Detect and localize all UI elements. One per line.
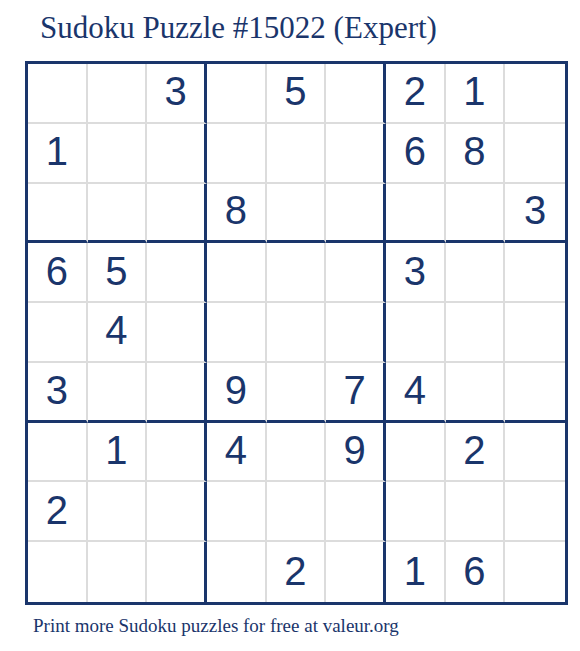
cell-r5c7 <box>386 303 446 363</box>
cell-r7c4: 4 <box>207 423 267 483</box>
cell-r2c2 <box>88 124 148 184</box>
cell-r9c4 <box>207 542 267 602</box>
cell-r8c7 <box>386 482 446 542</box>
cell-r3c4: 8 <box>207 184 267 244</box>
cell-r9c6 <box>326 542 386 602</box>
cell-r8c1: 2 <box>28 482 88 542</box>
cell-r5c1 <box>28 303 88 363</box>
page-title: Sudoku Puzzle #15022 (Expert) <box>40 10 437 46</box>
cell-r1c2 <box>88 64 148 124</box>
cell-r7c3 <box>147 423 207 483</box>
cell-r8c8 <box>446 482 506 542</box>
cell-r4c1: 6 <box>28 243 88 303</box>
cell-r6c4: 9 <box>207 363 267 423</box>
cell-r7c2: 1 <box>88 423 148 483</box>
cell-r1c5: 5 <box>267 64 327 124</box>
cell-r9c8: 6 <box>446 542 506 602</box>
cell-r5c2: 4 <box>88 303 148 363</box>
cell-r7c6: 9 <box>326 423 386 483</box>
cell-r9c2 <box>88 542 148 602</box>
cell-r2c4 <box>207 124 267 184</box>
cell-r1c6 <box>326 64 386 124</box>
cell-r6c2 <box>88 363 148 423</box>
cell-r5c6 <box>326 303 386 363</box>
cell-r6c1: 3 <box>28 363 88 423</box>
cell-r4c8 <box>446 243 506 303</box>
cell-r4c9 <box>505 243 565 303</box>
cell-r5c4 <box>207 303 267 363</box>
cell-r6c9 <box>505 363 565 423</box>
cell-r9c3 <box>147 542 207 602</box>
cell-r4c5 <box>267 243 327 303</box>
cell-r4c6 <box>326 243 386 303</box>
cell-r2c3 <box>147 124 207 184</box>
cell-r3c8 <box>446 184 506 244</box>
cell-r6c5 <box>267 363 327 423</box>
cell-r3c3 <box>147 184 207 244</box>
cell-r2c7: 6 <box>386 124 446 184</box>
cell-r9c5: 2 <box>267 542 327 602</box>
cell-r1c3: 3 <box>147 64 207 124</box>
cell-r9c9 <box>505 542 565 602</box>
cell-r3c2 <box>88 184 148 244</box>
cell-r3c9: 3 <box>505 184 565 244</box>
cell-r7c5 <box>267 423 327 483</box>
cell-r3c1 <box>28 184 88 244</box>
cell-r9c7: 1 <box>386 542 446 602</box>
cell-r8c4 <box>207 482 267 542</box>
cell-r4c3 <box>147 243 207 303</box>
cell-r7c9 <box>505 423 565 483</box>
cell-r5c9 <box>505 303 565 363</box>
cell-r6c6: 7 <box>326 363 386 423</box>
cell-r6c8 <box>446 363 506 423</box>
cell-r9c1 <box>28 542 88 602</box>
cell-r2c1: 1 <box>28 124 88 184</box>
cell-r6c3 <box>147 363 207 423</box>
cell-r2c6 <box>326 124 386 184</box>
cell-r4c7: 3 <box>386 243 446 303</box>
cell-r1c9 <box>505 64 565 124</box>
cell-r6c7: 4 <box>386 363 446 423</box>
cell-r4c2: 5 <box>88 243 148 303</box>
cell-r1c4 <box>207 64 267 124</box>
cell-r3c5 <box>267 184 327 244</box>
cell-r7c1 <box>28 423 88 483</box>
cell-r4c4 <box>207 243 267 303</box>
cell-r7c7 <box>386 423 446 483</box>
cell-r5c5 <box>267 303 327 363</box>
sudoku-board: 3521168836534397414922216 <box>25 61 568 605</box>
cell-r1c7: 2 <box>386 64 446 124</box>
cell-r2c5 <box>267 124 327 184</box>
cell-r2c9 <box>505 124 565 184</box>
cell-r5c8 <box>446 303 506 363</box>
cell-r1c1 <box>28 64 88 124</box>
cell-r8c2 <box>88 482 148 542</box>
cell-r3c6 <box>326 184 386 244</box>
cell-r2c8: 8 <box>446 124 506 184</box>
cell-r3c7 <box>386 184 446 244</box>
cell-r8c5 <box>267 482 327 542</box>
cell-r8c9 <box>505 482 565 542</box>
cell-r7c8: 2 <box>446 423 506 483</box>
cell-r5c3 <box>147 303 207 363</box>
footer-note: Print more Sudoku puzzles for free at va… <box>33 615 399 637</box>
cell-r1c8: 1 <box>446 64 506 124</box>
cell-r8c3 <box>147 482 207 542</box>
cell-r8c6 <box>326 482 386 542</box>
